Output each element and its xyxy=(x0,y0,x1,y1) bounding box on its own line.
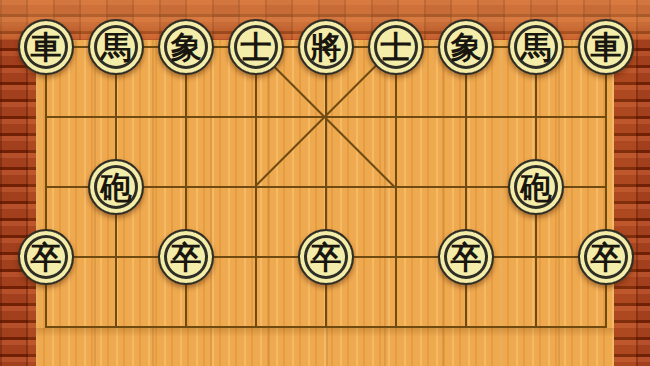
piece-black-advisor-right[interactable]: 士 xyxy=(368,19,424,75)
piece-black-cannon-left[interactable]: 砲 xyxy=(88,159,144,215)
piece-black-horse-right[interactable]: 馬 xyxy=(508,19,564,75)
piece-black-soldier-a[interactable]: 卒 xyxy=(18,229,74,285)
piece-black-general[interactable]: 將 xyxy=(298,19,354,75)
piece-black-elephant-left[interactable]: 象 xyxy=(158,19,214,75)
board[interactable]: 車馬象士將士象馬車砲砲卒卒卒卒卒 xyxy=(36,40,614,366)
board-cell xyxy=(257,118,327,188)
piece-black-horse-left[interactable]: 馬 xyxy=(88,19,144,75)
piece-black-elephant-right[interactable]: 象 xyxy=(438,19,494,75)
piece-black-cannon-right[interactable]: 砲 xyxy=(508,159,564,215)
river-edge-shade xyxy=(36,328,614,337)
piece-black-chariot-right[interactable]: 車 xyxy=(578,19,634,75)
piece-black-advisor-left[interactable]: 士 xyxy=(228,19,284,75)
piece-black-soldier-c[interactable]: 卒 xyxy=(158,229,214,285)
board-cell xyxy=(397,118,467,188)
brick-background-frame: 車馬象士將士象馬車砲砲卒卒卒卒卒 xyxy=(0,0,650,366)
piece-black-chariot-left[interactable]: 車 xyxy=(18,19,74,75)
piece-black-soldier-e[interactable]: 卒 xyxy=(298,229,354,285)
piece-black-soldier-i[interactable]: 卒 xyxy=(578,229,634,285)
board-cell xyxy=(187,118,257,188)
piece-black-soldier-g[interactable]: 卒 xyxy=(438,229,494,285)
